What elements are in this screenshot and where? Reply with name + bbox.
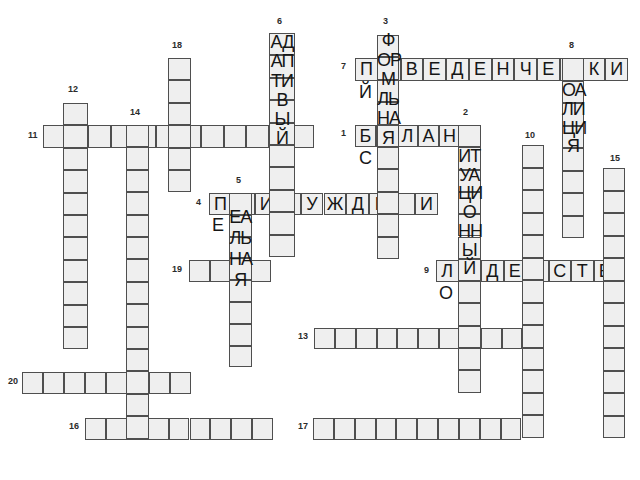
cell-17-1[interactable] [334,418,355,440]
cell-13-6[interactable] [439,328,460,349]
cell-8-5[interactable] [562,171,584,194]
cell-letter: Т [577,262,588,280]
cell-5-6[interactable] [229,324,252,346]
cell-letter: И [420,195,433,213]
cell-17-8[interactable] [480,418,501,440]
cell-7-5[interactable]: Е [469,58,492,81]
cell-17-2[interactable] [355,418,376,440]
cell-1-4[interactable]: Н [439,125,460,147]
cell-13-8[interactable] [481,328,502,349]
cell-17-6[interactable] [438,418,459,440]
cell-13-4[interactable] [397,328,418,349]
cell-14-7[interactable] [126,282,149,304]
cell-18-0[interactable] [168,58,191,80]
cell-7-11[interactable]: И [605,58,628,81]
cell-14-13[interactable] [126,416,149,438]
cell-4-4[interactable]: У [301,193,324,215]
cell-12-6[interactable] [63,237,88,259]
cell-letter: И [610,60,623,78]
cell-15-1[interactable] [603,191,625,214]
clue-number-1: 1 [341,129,346,138]
cell-1-0[interactable]: Б [355,125,376,147]
cell-8-6[interactable] [562,193,584,216]
cell-10-9[interactable] [522,348,544,371]
cell-12-1[interactable] [63,125,88,147]
cell-2-9[interactable] [458,326,481,348]
cell-18-4[interactable] [168,148,191,170]
cell-12-10[interactable] [63,327,88,349]
cell-10-1[interactable] [522,168,544,191]
cell-15-6[interactable] [603,303,625,326]
cell-14-4[interactable] [126,215,149,237]
cell-14-5[interactable] [126,237,149,259]
cell-9-2[interactable]: Д [481,260,504,282]
cell-4-9[interactable]: И [415,193,438,215]
cell-10-12[interactable] [522,415,544,438]
cell-14-10[interactable] [126,349,149,371]
cell-10-3[interactable] [522,213,544,236]
clue-number-7: 7 [341,62,346,71]
cell-13-2[interactable] [356,328,377,349]
cell-7-4[interactable]: Д [446,58,469,81]
cell-18-5[interactable] [168,170,191,192]
cell-17-7[interactable] [459,418,480,440]
cell-letter: Д [486,262,498,280]
cell-14-8[interactable] [126,304,149,326]
cell-2-8[interactable] [458,303,481,325]
cell-10-0[interactable] [522,145,544,168]
cell-14-3[interactable] [126,192,149,214]
cell-6-9[interactable] [269,235,295,257]
cell-2-11[interactable] [458,370,481,392]
cell-7-10[interactable]: К [583,58,606,81]
cell-12-4[interactable] [63,193,88,215]
cell-12-7[interactable] [63,260,88,282]
cell-3-7[interactable] [377,192,399,214]
cell-10-10[interactable] [522,370,544,393]
cell-14-12[interactable] [126,394,149,416]
cell-letter: Н [496,60,509,78]
cell-20-4[interactable] [106,372,127,394]
cell-16-6[interactable] [210,418,231,440]
cell-5-5[interactable] [229,302,252,324]
cell-7-2[interactable]: В [401,58,424,81]
cell-letter: Л [441,262,453,280]
cell-3-5[interactable] [377,147,399,169]
cell-15-0[interactable] [603,168,625,191]
crossword-board: ПВЕДЕНЧЕСКИ7Й11БАЛАН1СПРИНУЖДЕИ4Е19ЛДЕРС… [0,0,640,480]
cell-1-2[interactable]: Л [397,125,418,147]
cell-15-10[interactable] [603,393,625,416]
cell-16-4[interactable] [169,418,190,440]
cell-16-7[interactable] [231,418,252,440]
cell-4-6[interactable]: Д [346,193,369,215]
cell-12-2[interactable] [63,148,88,170]
answer-text-8: ОА ЛИ ЦИ Я [562,81,584,156]
clue-number-13: 13 [298,332,308,341]
cell-letter: К [589,60,600,78]
cell-10-4[interactable] [522,235,544,258]
cell-15-8[interactable] [603,348,625,371]
cell-letter: П [360,60,373,78]
cell-19-0[interactable] [189,260,210,282]
cell-19-1[interactable] [210,260,231,282]
cell-20-2[interactable] [64,372,85,394]
cell-15-11[interactable] [603,416,625,439]
cell-18-1[interactable] [168,80,191,102]
cell-letter: А [422,127,434,145]
clue-number-4: 4 [196,198,201,207]
cell-letter: П [214,195,227,213]
cell-letter: Д [451,60,463,78]
cell-2-10[interactable] [458,348,481,370]
cell-10-11[interactable] [522,393,544,416]
cell-13-1[interactable] [335,328,356,349]
clue-number-10: 10 [525,131,535,140]
cell-7-8[interactable]: Е [537,58,560,81]
cell-letter: У [306,195,317,213]
cell-15-4[interactable] [603,258,625,281]
answer-text-6: АД АП ТИ В Ы Й [269,33,295,149]
cell-15-3[interactable] [603,236,625,259]
cell-12-0[interactable] [63,103,88,125]
clue-number-20: 20 [8,377,18,386]
clue-number-9: 9 [424,266,429,275]
cell-3-9[interactable] [377,237,399,259]
cell-14-9[interactable] [126,327,149,349]
cell-6-7[interactable] [269,190,295,212]
cell-letter: Л [402,127,414,145]
cell-10-2[interactable] [522,190,544,213]
cell-17-0[interactable] [313,418,334,440]
answer-text-2: ИТ УА ЦИ О НН Ы Й [458,147,481,278]
cell-20-1[interactable] [43,372,64,394]
clue-number-5: 5 [236,176,241,185]
cell-15-9[interactable] [603,371,625,394]
cell-14-2[interactable] [126,170,149,192]
cell-20-6[interactable] [149,372,170,394]
cell-11-2[interactable] [88,125,111,148]
cell-12-9[interactable] [63,305,88,327]
clue-number-17: 17 [298,422,308,431]
cell-11-9[interactable] [246,125,269,148]
cell-letter: Е [509,262,521,280]
clue-number-19: 19 [172,265,182,274]
cell-20-3[interactable] [85,372,106,394]
cell-18-2[interactable] [168,103,191,125]
clue-number-16: 16 [69,422,79,431]
cell-13-3[interactable] [377,328,398,349]
cell-4-5[interactable]: Ж [324,193,347,215]
clue-number-6: 6 [277,17,282,26]
clue-number-15: 15 [610,154,620,163]
clue-number-12: 12 [68,85,78,94]
cell-6-6[interactable] [269,167,295,189]
cell-19-3[interactable] [251,260,272,282]
cell-11-8[interactable] [224,125,247,148]
cell-11-7[interactable] [201,125,224,148]
cell-letter: Д [352,195,364,213]
clue-number-18: 18 [172,41,182,50]
cell-12-8[interactable] [63,282,88,304]
cell-1-3[interactable]: А [418,125,439,147]
wrapped-letter-7: Й [359,83,372,101]
clue-number-14: 14 [130,108,140,117]
cell-15-5[interactable] [603,281,625,304]
cell-20-7[interactable] [170,372,191,394]
cell-13-9[interactable] [502,328,523,349]
cell-letter: Е [429,60,441,78]
cell-10-6[interactable] [522,280,544,303]
cell-14-6[interactable] [126,259,149,281]
cell-10-5[interactable] [522,258,544,281]
cell-18-3[interactable] [168,125,191,147]
clue-number-3: 3 [383,17,388,26]
cell-17-5[interactable] [417,418,438,440]
cell-17-3[interactable] [376,418,397,440]
cell-12-5[interactable] [63,215,88,237]
cell-15-2[interactable] [603,213,625,236]
answer-text-3: Ф ОР М ЛЬ НА Я [377,31,399,148]
cell-letter: Ч [520,60,532,78]
cell-8-0[interactable] [562,58,584,81]
cell-15-7[interactable] [603,326,625,349]
cell-6-8[interactable] [269,212,295,234]
cell-7-7[interactable]: Ч [514,58,537,81]
cell-9-5[interactable]: С [549,260,572,282]
cell-14-0[interactable] [126,125,149,147]
cell-16-1[interactable] [106,418,127,440]
cell-13-5[interactable] [418,328,439,349]
cell-16-0[interactable] [85,418,106,440]
cell-2-0[interactable] [458,125,481,147]
cell-9-6[interactable]: Т [571,260,594,282]
wrapped-letter-1: С [359,149,372,167]
cell-10-7[interactable] [522,303,544,326]
cell-letter: Е [542,60,554,78]
cell-14-11[interactable] [126,371,149,393]
clue-number-8: 8 [569,41,574,50]
cell-20-0[interactable] [22,372,43,394]
answer-text-5: ЕА ЛЬ НА Я [229,207,252,291]
clue-number-2: 2 [463,108,468,117]
cell-7-3[interactable]: Е [423,58,446,81]
cell-8-7[interactable] [562,216,584,239]
cell-12-3[interactable] [63,170,88,192]
cell-14-1[interactable] [126,147,149,169]
cell-16-5[interactable] [190,418,211,440]
cell-10-8[interactable] [522,325,544,348]
cell-7-0[interactable]: П [355,58,378,81]
cell-17-9[interactable] [501,418,522,440]
wrapped-letter-9: О [439,284,453,302]
wrapped-letter-4: Е [212,216,224,234]
cell-3-6[interactable] [377,169,399,191]
cell-13-0[interactable] [314,328,335,349]
cell-5-7[interactable] [229,346,252,368]
cell-letter: В [406,60,418,78]
cell-16-8[interactable] [252,418,273,440]
cell-16-3[interactable] [148,418,169,440]
cell-letter: Е [474,60,486,78]
cell-2-7[interactable] [458,281,481,303]
cell-letter: Б [360,127,372,145]
clue-number-11: 11 [28,131,38,140]
cell-letter: Н [443,127,456,145]
cell-letter: Ж [327,195,344,213]
cell-7-6[interactable]: Н [492,58,515,81]
cell-letter: С [553,262,566,280]
cell-9-0[interactable]: Л [436,260,459,282]
cell-3-8[interactable] [377,214,399,236]
cell-17-4[interactable] [396,418,417,440]
